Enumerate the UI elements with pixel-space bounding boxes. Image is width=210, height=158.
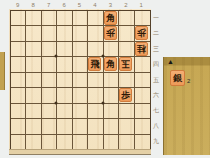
rank-label-7: 七	[152, 105, 160, 115]
file-label-7: 7	[43, 1, 55, 9]
rank-label-9: 九	[152, 136, 160, 146]
board-cell[interactable]	[135, 73, 150, 88]
board-cell[interactable]	[135, 119, 150, 134]
board-cell[interactable]	[57, 104, 72, 119]
board-cell[interactable]	[119, 26, 134, 41]
board-cell[interactable]	[11, 73, 26, 88]
piece-glyph: 桂	[137, 43, 146, 55]
board-cell[interactable]	[42, 119, 57, 134]
board-cell[interactable]	[57, 88, 72, 103]
board-cell[interactable]	[73, 26, 88, 41]
rank-label-8: 八	[152, 121, 160, 131]
star-point	[55, 101, 58, 104]
board-cell[interactable]	[104, 104, 119, 119]
board-cell[interactable]	[11, 119, 26, 134]
board-cell[interactable]	[11, 135, 26, 150]
board-cell[interactable]	[119, 11, 134, 26]
piece-3四[interactable]: 角	[104, 57, 117, 71]
board-cell[interactable]	[119, 135, 134, 150]
piece-4四[interactable]: 飛	[88, 57, 101, 71]
board-cell[interactable]	[88, 11, 103, 26]
rank-labels: 一二三四五六七八九	[152, 10, 160, 150]
board-cell[interactable]	[26, 42, 41, 57]
file-labels: 987654321	[10, 1, 150, 9]
board-cell[interactable]	[73, 42, 88, 57]
board-cell[interactable]	[73, 104, 88, 119]
board-cell[interactable]	[42, 26, 57, 41]
hand-piece-silver[interactable]: 銀	[170, 70, 185, 86]
rank-label-3: 三	[152, 44, 160, 54]
file-label-8: 8	[27, 1, 39, 9]
piece-3二[interactable]: 歩	[104, 26, 117, 40]
board-cell[interactable]	[104, 119, 119, 134]
piece-3一[interactable]: 角	[104, 11, 117, 25]
file-label-3: 3	[104, 1, 116, 9]
board-cell[interactable]	[88, 26, 103, 41]
board-cell[interactable]	[42, 57, 57, 72]
rank-label-4: 四	[152, 59, 160, 69]
board-cell[interactable]	[73, 135, 88, 150]
board-cell[interactable]	[57, 42, 72, 57]
board-cell[interactable]	[88, 73, 103, 88]
piece-glyph: 歩	[137, 27, 146, 39]
board-cell[interactable]	[11, 57, 26, 72]
board-cell[interactable]	[104, 42, 119, 57]
board-cell[interactable]	[26, 26, 41, 41]
board-cell[interactable]	[119, 73, 134, 88]
board-cell[interactable]	[73, 88, 88, 103]
board-cell[interactable]	[26, 11, 41, 26]
board-cell[interactable]	[73, 119, 88, 134]
board-bottom-edge	[9, 149, 151, 155]
board-cell[interactable]	[42, 73, 57, 88]
piece-glyph: 角	[106, 12, 115, 24]
board-cell[interactable]	[73, 57, 88, 72]
board-cell[interactable]	[26, 88, 41, 103]
sente-marker-icon: ▲	[167, 57, 174, 66]
board-cell[interactable]	[11, 88, 26, 103]
board-cell[interactable]	[26, 73, 41, 88]
hand-piece-count: 2	[187, 78, 190, 84]
board-cell[interactable]	[88, 135, 103, 150]
rank-label-6: 六	[152, 90, 160, 100]
board-cell[interactable]	[42, 11, 57, 26]
board-cell[interactable]	[73, 11, 88, 26]
piece-1三[interactable]: 桂	[135, 42, 148, 56]
board-cell[interactable]	[57, 119, 72, 134]
file-label-6: 6	[58, 1, 70, 9]
piece-1二[interactable]: 歩	[135, 26, 148, 40]
piece-2六[interactable]: 歩	[119, 88, 132, 102]
board-cell[interactable]	[135, 135, 150, 150]
board-cell[interactable]	[135, 57, 150, 72]
piece-glyph: 角	[106, 58, 115, 70]
gote-komadai-edge	[0, 52, 5, 90]
board-cell[interactable]	[11, 42, 26, 57]
board-cell[interactable]	[135, 104, 150, 119]
board-cell[interactable]	[11, 11, 26, 26]
file-label-1: 1	[135, 1, 147, 9]
file-label-5: 5	[74, 1, 86, 9]
board-cell[interactable]	[11, 26, 26, 41]
board-cell[interactable]	[11, 104, 26, 119]
board-cell[interactable]	[26, 119, 41, 134]
board-cell[interactable]	[119, 42, 134, 57]
board-cell[interactable]	[88, 119, 103, 134]
piece-2四[interactable]: 玉	[119, 57, 132, 71]
board-cell[interactable]	[57, 135, 72, 150]
board-cell[interactable]	[42, 104, 57, 119]
rank-label-1: 一	[152, 13, 160, 23]
star-point	[55, 55, 58, 58]
piece-glyph: 玉	[121, 58, 130, 70]
board-cell[interactable]	[119, 104, 134, 119]
file-label-9: 9	[12, 1, 24, 9]
board-cell[interactable]	[135, 88, 150, 103]
board-cell[interactable]	[42, 135, 57, 150]
board-cell[interactable]	[119, 119, 134, 134]
board-grid[interactable]	[10, 10, 151, 151]
board-cell[interactable]	[88, 104, 103, 119]
piece-glyph: 飛	[90, 58, 99, 70]
sente-komadai: ▲ 銀 2	[163, 57, 210, 155]
file-label-2: 2	[120, 1, 132, 9]
rank-label-2: 二	[152, 28, 160, 38]
board-cell[interactable]	[57, 26, 72, 41]
piece-glyph: 歩	[121, 89, 130, 101]
rank-label-5: 五	[152, 75, 160, 85]
board-cell[interactable]	[73, 73, 88, 88]
board-cell[interactable]	[26, 104, 41, 119]
piece-glyph: 歩	[106, 27, 115, 39]
board-cell[interactable]	[57, 73, 72, 88]
board-cell[interactable]	[104, 88, 119, 103]
board-cell[interactable]	[57, 57, 72, 72]
board-cell[interactable]	[57, 11, 72, 26]
star-point	[101, 101, 104, 104]
board-cell[interactable]	[104, 135, 119, 150]
file-label-4: 4	[89, 1, 101, 9]
board-cell[interactable]	[26, 135, 41, 150]
board-cell[interactable]	[104, 73, 119, 88]
board-cell[interactable]	[135, 11, 150, 26]
shogi-board	[9, 9, 151, 155]
board-cell[interactable]	[26, 57, 41, 72]
